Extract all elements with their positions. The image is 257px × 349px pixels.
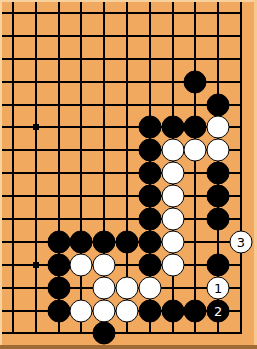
- board-point: [207, 162, 230, 185]
- board-point: [47, 230, 70, 253]
- board-point: [161, 299, 184, 322]
- board-point: [70, 93, 93, 116]
- board-point: [2, 47, 25, 70]
- board-point: [161, 276, 184, 299]
- board-point: [93, 322, 116, 345]
- board-point: [116, 47, 139, 70]
- white-stone: [115, 299, 138, 322]
- board-point: [2, 185, 25, 208]
- board-point: [2, 253, 25, 276]
- board-point: [138, 93, 161, 116]
- board-point: [230, 116, 253, 139]
- board-point: [230, 208, 253, 231]
- board-point: [116, 2, 139, 25]
- board-point: [116, 185, 139, 208]
- board-point: [184, 93, 207, 116]
- black-stone: [184, 116, 207, 139]
- board-point: [161, 139, 184, 162]
- board-point: [116, 162, 139, 185]
- board-point: [230, 185, 253, 208]
- black-stone: [47, 299, 70, 322]
- board-point: [24, 299, 47, 322]
- board-point: [70, 139, 93, 162]
- board-point: [138, 208, 161, 231]
- board-point: [24, 47, 47, 70]
- board-point: [47, 116, 70, 139]
- board-point: 1: [207, 276, 230, 299]
- board-edge-highlight-right: [254, 0, 257, 349]
- board-point: [93, 24, 116, 47]
- black-stone: [207, 162, 230, 185]
- board-point: [161, 116, 184, 139]
- board-point: [47, 299, 70, 322]
- board-point: [161, 24, 184, 47]
- white-stone: [184, 139, 207, 162]
- black-stone: [138, 208, 161, 231]
- board-point: [116, 253, 139, 276]
- black-stone: [161, 116, 184, 139]
- board-point: [70, 116, 93, 139]
- board-point: [116, 139, 139, 162]
- black-stone: [70, 230, 93, 253]
- black-stone: [138, 299, 161, 322]
- board-point: [161, 185, 184, 208]
- board-point: [47, 322, 70, 345]
- black-stone: [207, 185, 230, 208]
- board-point: [161, 230, 184, 253]
- black-stone: [93, 230, 116, 253]
- board-point: [184, 185, 207, 208]
- white-stone: [161, 208, 184, 231]
- board-point: [184, 116, 207, 139]
- board-point: [24, 322, 47, 345]
- black-stone: [207, 93, 230, 116]
- board-point: [138, 185, 161, 208]
- board-point: [24, 253, 47, 276]
- board-point: [138, 70, 161, 93]
- black-stone: [47, 230, 70, 253]
- board-point: [2, 276, 25, 299]
- board-point: [70, 185, 93, 208]
- board-point: [47, 93, 70, 116]
- board-point: [24, 93, 47, 116]
- go-board: 312: [2, 2, 253, 345]
- board-point: [2, 116, 25, 139]
- board-point: [207, 2, 230, 25]
- white-stone: [161, 253, 184, 276]
- board-point: [184, 230, 207, 253]
- board-point: [47, 24, 70, 47]
- board-point: [24, 116, 47, 139]
- board-point: [70, 230, 93, 253]
- board-point: [230, 162, 253, 185]
- board-point: [230, 47, 253, 70]
- white-stone: [207, 139, 230, 162]
- board-point: [24, 230, 47, 253]
- board-point: [47, 2, 70, 25]
- board-point: [2, 139, 25, 162]
- board-point: [47, 208, 70, 231]
- board-point: [207, 322, 230, 345]
- board-point: [116, 322, 139, 345]
- board-point: [70, 24, 93, 47]
- board-point: [184, 322, 207, 345]
- board-point: [70, 322, 93, 345]
- white-stone: [207, 116, 230, 139]
- board-point: [161, 70, 184, 93]
- black-stone: [138, 139, 161, 162]
- star-point-marker: [33, 124, 39, 130]
- board-point: [70, 208, 93, 231]
- board-point: [230, 70, 253, 93]
- board-point: [116, 116, 139, 139]
- board-point: [24, 208, 47, 231]
- board-point: [207, 70, 230, 93]
- board-point: [93, 230, 116, 253]
- black-stone: [138, 162, 161, 185]
- board-point: [70, 162, 93, 185]
- board-point: [24, 70, 47, 93]
- board-point: [138, 2, 161, 25]
- black-stone: [161, 299, 184, 322]
- board-point: [70, 253, 93, 276]
- board-point: [47, 185, 70, 208]
- white-stone-move-3: 3: [229, 230, 252, 253]
- board-point: [70, 276, 93, 299]
- board-point: [138, 24, 161, 47]
- move-number-label: 2: [214, 304, 222, 317]
- board-point: [116, 93, 139, 116]
- board-point: [93, 2, 116, 25]
- board-point: [207, 93, 230, 116]
- board-point: [138, 230, 161, 253]
- board-point: [230, 253, 253, 276]
- board-point: [116, 70, 139, 93]
- board-point: [230, 276, 253, 299]
- board-point: [184, 276, 207, 299]
- board-point: [93, 162, 116, 185]
- board-point: [184, 70, 207, 93]
- board-point: [2, 24, 25, 47]
- board-point: [2, 299, 25, 322]
- board-point: [207, 230, 230, 253]
- black-stone: [47, 253, 70, 276]
- board-point: [161, 208, 184, 231]
- white-stone: [161, 139, 184, 162]
- white-stone: [161, 185, 184, 208]
- board-point: [70, 70, 93, 93]
- board-point: [24, 2, 47, 25]
- go-board-diagram: 312: [0, 0, 257, 349]
- board-point: [161, 162, 184, 185]
- white-stone-move-1: 1: [207, 276, 230, 299]
- board-point: [161, 322, 184, 345]
- board-point: [24, 24, 47, 47]
- board-point: [2, 70, 25, 93]
- board-point: [138, 253, 161, 276]
- board-point: [2, 322, 25, 345]
- black-stone: [138, 253, 161, 276]
- board-point: [161, 47, 184, 70]
- board-point: [138, 276, 161, 299]
- board-point: [184, 208, 207, 231]
- white-stone: [161, 162, 184, 185]
- black-stone: [207, 253, 230, 276]
- board-point: [161, 253, 184, 276]
- board-edge-highlight-left: [0, 0, 2, 349]
- board-point: [138, 299, 161, 322]
- board-point: [207, 47, 230, 70]
- board-point: [47, 253, 70, 276]
- white-stone: [161, 230, 184, 253]
- board-point: [207, 185, 230, 208]
- board-point: [230, 139, 253, 162]
- board-point: [116, 208, 139, 231]
- board-point: [24, 139, 47, 162]
- board-point: [24, 276, 47, 299]
- board-edge-shadow-bottom: [0, 345, 257, 349]
- white-stone: [138, 276, 161, 299]
- white-stone: [93, 276, 116, 299]
- board-point: [184, 2, 207, 25]
- board-point: [184, 139, 207, 162]
- board-point: [230, 322, 253, 345]
- board-point: [138, 47, 161, 70]
- board-point: [2, 93, 25, 116]
- board-point: [93, 93, 116, 116]
- black-stone: [115, 230, 138, 253]
- black-stone: [138, 116, 161, 139]
- move-number-label: 1: [214, 281, 222, 294]
- board-point: [2, 208, 25, 231]
- board-point: [2, 162, 25, 185]
- board-point: [93, 70, 116, 93]
- board-point: [24, 185, 47, 208]
- board-point: [70, 2, 93, 25]
- board-point: [93, 47, 116, 70]
- board-point: [70, 299, 93, 322]
- board-point: [93, 185, 116, 208]
- board-point: [116, 299, 139, 322]
- board-point: [207, 116, 230, 139]
- white-stone: [70, 253, 93, 276]
- move-number-label: 3: [237, 235, 245, 248]
- board-point: [230, 2, 253, 25]
- board-point: [93, 299, 116, 322]
- board-point: [184, 299, 207, 322]
- black-stone: [138, 185, 161, 208]
- black-stone: [207, 208, 230, 231]
- board-point: [207, 208, 230, 231]
- board-point: [93, 139, 116, 162]
- board-point: [116, 230, 139, 253]
- black-stone: [184, 299, 207, 322]
- board-point: [116, 24, 139, 47]
- board-point: [207, 139, 230, 162]
- black-stone-move-2: 2: [207, 299, 230, 322]
- board-point: [47, 139, 70, 162]
- board-point: [207, 253, 230, 276]
- board-point: [161, 93, 184, 116]
- board-point: [138, 139, 161, 162]
- board-point: [230, 24, 253, 47]
- white-stone: [70, 299, 93, 322]
- board-point: [24, 162, 47, 185]
- board-point: [93, 276, 116, 299]
- board-point: [230, 93, 253, 116]
- board-point: [184, 24, 207, 47]
- white-stone: [93, 253, 116, 276]
- board-point: [230, 299, 253, 322]
- board-point: [184, 162, 207, 185]
- star-point-marker: [33, 262, 39, 268]
- white-stone: [93, 299, 116, 322]
- board-point: [161, 2, 184, 25]
- board-point: [207, 24, 230, 47]
- board-point: [138, 162, 161, 185]
- board-point: [2, 2, 25, 25]
- board-point: [47, 162, 70, 185]
- white-stone: [115, 276, 138, 299]
- board-edge-highlight-top: [0, 0, 257, 2]
- board-point: [93, 208, 116, 231]
- board-point: [47, 276, 70, 299]
- board-point: 2: [207, 299, 230, 322]
- black-stone: [47, 276, 70, 299]
- board-point: 3: [230, 230, 253, 253]
- board-point: [93, 253, 116, 276]
- board-point: [116, 276, 139, 299]
- board-point: [47, 70, 70, 93]
- black-stone: [93, 322, 116, 345]
- board-point: [138, 322, 161, 345]
- board-point: [184, 253, 207, 276]
- board-point: [70, 47, 93, 70]
- black-stone: [184, 70, 207, 93]
- board-point: [184, 47, 207, 70]
- board-point: [93, 116, 116, 139]
- board-point: [2, 230, 25, 253]
- board-point: [47, 47, 70, 70]
- board-point: [138, 116, 161, 139]
- black-stone: [138, 230, 161, 253]
